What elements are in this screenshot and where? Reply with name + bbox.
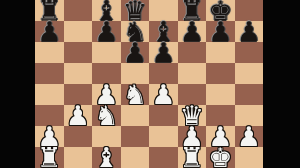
white-pawn: ♟ xyxy=(237,126,261,147)
black-pawn: ♟ xyxy=(151,42,175,63)
square-f5[interactable] xyxy=(178,63,207,84)
square-e2[interactable] xyxy=(149,126,178,147)
square-h5[interactable] xyxy=(235,63,264,84)
square-d6[interactable]: ♟ xyxy=(121,42,150,63)
square-h7[interactable]: ♟ xyxy=(235,21,264,42)
square-c7[interactable]: ♟ xyxy=(92,21,121,42)
square-g4[interactable] xyxy=(206,84,235,105)
black-pawn: ♟ xyxy=(208,21,232,42)
black-pawn: ♟ xyxy=(180,21,204,42)
black-pawn: ♟ xyxy=(94,21,118,42)
white-knight: ♞ xyxy=(123,84,147,105)
square-b6[interactable] xyxy=(64,42,93,63)
square-e4[interactable]: ♟ xyxy=(149,84,178,105)
square-e1[interactable] xyxy=(149,147,178,168)
square-f7[interactable]: ♟ xyxy=(178,21,207,42)
square-f1[interactable]: ♜ xyxy=(178,147,207,168)
square-b1[interactable] xyxy=(64,147,93,168)
square-a4[interactable] xyxy=(35,84,64,105)
square-a5[interactable] xyxy=(35,63,64,84)
square-g5[interactable] xyxy=(206,63,235,84)
square-g1[interactable]: ♚ xyxy=(206,147,235,168)
chess-board: ♜♝♛♜♚♟♟♞♝♟♟♟♟♟♟♞♟♟♞♛♟♟♟♟♜♝♜♚ xyxy=(35,0,263,168)
video-frame: ♜♝♛♜♚♟♟♞♝♟♟♟♟♟♟♞♟♟♞♛♟♟♟♟♜♝♜♚ xyxy=(0,0,300,168)
black-pawn: ♟ xyxy=(37,21,61,42)
black-pawn: ♟ xyxy=(237,21,261,42)
square-b5[interactable] xyxy=(64,63,93,84)
white-knight: ♞ xyxy=(94,105,118,126)
square-b3[interactable]: ♟ xyxy=(64,105,93,126)
square-c1[interactable]: ♝ xyxy=(92,147,121,168)
square-d1[interactable] xyxy=(121,147,150,168)
square-g7[interactable]: ♟ xyxy=(206,21,235,42)
white-bishop: ♝ xyxy=(94,147,118,168)
white-rook: ♜ xyxy=(180,147,204,168)
square-a1[interactable]: ♜ xyxy=(35,147,64,168)
square-h4[interactable] xyxy=(235,84,264,105)
square-b8[interactable] xyxy=(64,0,93,21)
square-e6[interactable]: ♟ xyxy=(149,42,178,63)
white-rook: ♜ xyxy=(37,147,61,168)
square-d2[interactable] xyxy=(121,126,150,147)
letterbox-left-bar xyxy=(0,0,35,168)
white-pawn: ♟ xyxy=(66,105,90,126)
black-pawn: ♟ xyxy=(123,42,147,63)
white-king: ♚ xyxy=(208,147,232,168)
square-h2[interactable]: ♟ xyxy=(235,126,264,147)
letterbox-right-bar xyxy=(263,0,300,168)
square-d4[interactable]: ♞ xyxy=(121,84,150,105)
square-c3[interactable]: ♞ xyxy=(92,105,121,126)
white-pawn: ♟ xyxy=(151,84,175,105)
square-b7[interactable] xyxy=(64,21,93,42)
square-a7[interactable]: ♟ xyxy=(35,21,64,42)
